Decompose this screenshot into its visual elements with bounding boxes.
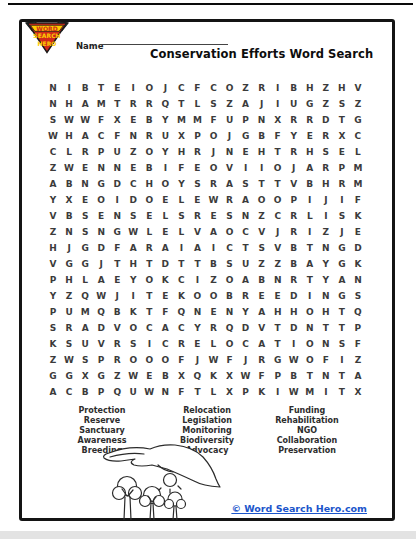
- grid-cell: L: [302, 208, 318, 224]
- grid-cell: J: [61, 240, 77, 256]
- word-list-item: Protection: [52, 406, 152, 416]
- grid-cell: I: [254, 160, 270, 176]
- grid-cell: W: [125, 368, 141, 384]
- grid-cell: E: [157, 288, 173, 304]
- grid-cell: E: [205, 208, 221, 224]
- grid-cell: E: [350, 224, 366, 240]
- grid-cell: S: [205, 96, 221, 112]
- grid-cell: V: [254, 320, 270, 336]
- grid-cell: Q: [157, 96, 173, 112]
- grid-cell: R: [61, 320, 77, 336]
- grid-cell: U: [286, 96, 302, 112]
- grid-cell: T: [334, 320, 350, 336]
- grid-cell: W: [205, 352, 221, 368]
- grid-cell: B: [286, 256, 302, 272]
- grid-cell: Y: [286, 128, 302, 144]
- grid-cell: S: [238, 176, 254, 192]
- grid-cell: G: [334, 288, 350, 304]
- grid-cell: L: [173, 192, 189, 208]
- grid-cell: B: [61, 208, 77, 224]
- grid-cell: X: [222, 384, 238, 400]
- grid-cell: D: [93, 320, 109, 336]
- grid-cell: E: [238, 144, 254, 160]
- grid-cell: A: [238, 96, 254, 112]
- grid-cell: E: [109, 272, 125, 288]
- grid-cell: I: [334, 352, 350, 368]
- grid-cell: Z: [109, 368, 125, 384]
- grid-cell: N: [350, 272, 366, 288]
- grid-cell: N: [222, 144, 238, 160]
- grid-cell: T: [270, 336, 286, 352]
- grid-cell: O: [141, 80, 157, 96]
- grid-cell: A: [77, 128, 93, 144]
- grid-cell: M: [173, 112, 189, 128]
- grid-cell: V: [222, 160, 238, 176]
- grid-cell: T: [141, 304, 157, 320]
- grid-cell: E: [334, 144, 350, 160]
- word-list-item: Sanctuary: [52, 426, 152, 436]
- grid-cell: R: [286, 224, 302, 240]
- grid-cell: B: [286, 80, 302, 96]
- grid-cell: D: [109, 176, 125, 192]
- grid-cell: L: [61, 144, 77, 160]
- hand-over-trees-illustration: [100, 440, 225, 520]
- grid-cell: E: [77, 192, 93, 208]
- grid-cell: B: [286, 240, 302, 256]
- word-list-item: Preservation: [257, 446, 357, 456]
- grid-cell: O: [254, 192, 270, 208]
- grid-cell: T: [302, 272, 318, 288]
- grid-cell: A: [45, 176, 61, 192]
- grid-cell: R: [302, 112, 318, 128]
- grid-cell: Z: [350, 96, 366, 112]
- grid-cell: O: [93, 192, 109, 208]
- grid-cell: R: [286, 208, 302, 224]
- grid-cell: S: [222, 256, 238, 272]
- grid-cell: Y: [45, 192, 61, 208]
- grid-cell: M: [189, 112, 205, 128]
- grid-cell: S: [125, 336, 141, 352]
- grid-cell: N: [254, 112, 270, 128]
- grid-cell: O: [222, 80, 238, 96]
- grid-cell: R: [286, 272, 302, 288]
- grid-cell: W: [61, 352, 77, 368]
- grid-cell: J: [286, 160, 302, 176]
- grid-cell: P: [286, 192, 302, 208]
- grid-cell: Z: [254, 208, 270, 224]
- grid-cell: N: [77, 176, 93, 192]
- word-list-item: Funding: [257, 406, 357, 416]
- grid-cell: F: [189, 80, 205, 96]
- grid-cell: O: [141, 352, 157, 368]
- grid-cell: T: [109, 256, 125, 272]
- grid-cell: T: [270, 176, 286, 192]
- grid-cell: E: [189, 336, 205, 352]
- grid-cell: O: [205, 160, 221, 176]
- grid-cell: G: [77, 240, 93, 256]
- grid-cell: E: [125, 112, 141, 128]
- grid-cell: G: [334, 256, 350, 272]
- grid-cell: F: [205, 112, 221, 128]
- grid-cell: N: [109, 208, 125, 224]
- grid-cell: G: [93, 176, 109, 192]
- grid-cell: H: [61, 96, 77, 112]
- grid-cell: N: [189, 304, 205, 320]
- grid-cell: E: [141, 208, 157, 224]
- grid-cell: A: [77, 96, 93, 112]
- grid-cell: M: [77, 304, 93, 320]
- grid-cell: X: [61, 192, 77, 208]
- grid-cell: H: [141, 176, 157, 192]
- grid-cell: H: [173, 144, 189, 160]
- grid-cell: X: [222, 368, 238, 384]
- grid-cell: H: [334, 80, 350, 96]
- grid-cell: R: [318, 160, 334, 176]
- grid-cell: R: [141, 96, 157, 112]
- grid-cell: F: [222, 352, 238, 368]
- puzzle-title: Conservation Efforts Word Search: [150, 47, 368, 61]
- grid-cell: Z: [238, 80, 254, 96]
- grid-cell: I: [238, 160, 254, 176]
- grid-cell: R: [109, 336, 125, 352]
- grid-cell: T: [270, 320, 286, 336]
- grid-cell: A: [334, 272, 350, 288]
- grid-cell: I: [318, 384, 334, 400]
- grid-cell: K: [350, 208, 366, 224]
- grid-cell: O: [189, 288, 205, 304]
- grid-cell: I: [270, 384, 286, 400]
- grid-cell: V: [254, 224, 270, 240]
- grid-cell: N: [157, 384, 173, 400]
- grid-cell: I: [125, 80, 141, 96]
- name-blank-line: [100, 36, 228, 45]
- grid-cell: R: [286, 144, 302, 160]
- grid-cell: G: [334, 240, 350, 256]
- grid-cell: L: [205, 384, 221, 400]
- grid-cell: C: [205, 80, 221, 96]
- grid-cell: L: [141, 224, 157, 240]
- grid-cell: I: [189, 272, 205, 288]
- grid-cell: N: [93, 224, 109, 240]
- grid-cell: L: [350, 144, 366, 160]
- grid-cell: W: [286, 352, 302, 368]
- grid-cell: A: [222, 176, 238, 192]
- grid-cell: N: [93, 160, 109, 176]
- grid-cell: B: [157, 368, 173, 384]
- grid-cell: B: [254, 128, 270, 144]
- grid-cell: L: [77, 272, 93, 288]
- grid-cell: F: [93, 112, 109, 128]
- grid-cell: C: [222, 240, 238, 256]
- sun-scribble: [164, 474, 177, 487]
- grid-cell: D: [286, 320, 302, 336]
- grid-cell: L: [189, 96, 205, 112]
- word-list-item: NGO: [257, 426, 357, 436]
- grid-cell: U: [238, 256, 254, 272]
- grid-cell: R: [173, 336, 189, 352]
- grid-cell: Q: [173, 304, 189, 320]
- grid-cell: A: [205, 224, 221, 240]
- grid-cell: C: [270, 208, 286, 224]
- grid-cell: F: [157, 304, 173, 320]
- word-list-item: Legislation: [157, 416, 257, 426]
- grid-cell: W: [141, 384, 157, 400]
- grid-cell: H: [45, 240, 61, 256]
- grid-cell: T: [238, 240, 254, 256]
- grid-cell: Z: [318, 96, 334, 112]
- grid-cell: K: [173, 288, 189, 304]
- logo-text-search: SEARCH: [33, 32, 60, 39]
- grid-cell: P: [93, 384, 109, 400]
- grid-cell: F: [318, 352, 334, 368]
- grid-cell: A: [45, 384, 61, 400]
- grid-cell: Z: [222, 96, 238, 112]
- grid-cell: B: [141, 112, 157, 128]
- grid-cell: Z: [125, 144, 141, 160]
- grid-cell: A: [254, 336, 270, 352]
- grid-cell: D: [318, 112, 334, 128]
- grid-cell: P: [334, 160, 350, 176]
- grid-cell: F: [109, 240, 125, 256]
- grid-cell: I: [302, 288, 318, 304]
- grid-cell: G: [109, 224, 125, 240]
- grid-cell: N: [45, 96, 61, 112]
- grid-cell: U: [77, 336, 93, 352]
- grid-cell: T: [270, 144, 286, 160]
- grid-cell: Z: [45, 352, 61, 368]
- grid-cell: J: [238, 352, 254, 368]
- grid-cell: Z: [205, 272, 221, 288]
- grid-cell: I: [141, 336, 157, 352]
- grid-cell: A: [157, 240, 173, 256]
- grid-cell: G: [77, 256, 93, 272]
- grid-cell: X: [334, 128, 350, 144]
- grid-cell: T: [334, 304, 350, 320]
- grid-cell: C: [93, 128, 109, 144]
- grid-cell: V: [109, 320, 125, 336]
- grid-cell: Q: [93, 304, 109, 320]
- grid-cell: E: [189, 160, 205, 176]
- word-grid: NIBTEIOJCFCOZRIBHZHVNHAMTRRQTLSZAJIUGZSZ…: [45, 80, 366, 400]
- grid-cell: A: [189, 240, 205, 256]
- grid-cell: S: [318, 144, 334, 160]
- grid-cell: Y: [318, 272, 334, 288]
- grid-cell: R: [222, 192, 238, 208]
- grid-cell: K: [45, 336, 61, 352]
- grid-cell: H: [125, 256, 141, 272]
- grid-cell: F: [350, 336, 366, 352]
- grid-cell: B: [254, 272, 270, 288]
- grid-cell: X: [270, 112, 286, 128]
- grid-cell: H: [318, 176, 334, 192]
- grid-cell: Q: [222, 320, 238, 336]
- grid-cell: G: [61, 368, 77, 384]
- grid-cell: S: [334, 208, 350, 224]
- grid-cell: W: [93, 288, 109, 304]
- grid-cell: Z: [61, 288, 77, 304]
- grid-cell: I: [109, 192, 125, 208]
- grid-cell: Q: [350, 304, 366, 320]
- grid-cell: S: [254, 240, 270, 256]
- grid-cell: D: [93, 240, 109, 256]
- grid-cell: K: [254, 384, 270, 400]
- grid-cell: D: [125, 192, 141, 208]
- grid-cell: L: [173, 224, 189, 240]
- grid-cell: X: [77, 368, 93, 384]
- grid-cell: G: [61, 256, 77, 272]
- grid-cell: E: [157, 224, 173, 240]
- grid-cell: X: [109, 112, 125, 128]
- grid-cell: P: [238, 112, 254, 128]
- grid-cell: B: [61, 176, 77, 192]
- grid-cell: G: [238, 128, 254, 144]
- grid-cell: M: [302, 384, 318, 400]
- grid-cell: C: [125, 176, 141, 192]
- grid-cell: W: [61, 160, 77, 176]
- grid-cell: W: [286, 384, 302, 400]
- grid-cell: O: [205, 288, 221, 304]
- grid-cell: A: [238, 272, 254, 288]
- tree-3: [165, 492, 186, 520]
- grid-cell: C: [173, 80, 189, 96]
- grid-cell: S: [334, 96, 350, 112]
- grid-cell: P: [270, 368, 286, 384]
- word-list-item: Rehabilitation: [257, 416, 357, 426]
- grid-cell: O: [222, 272, 238, 288]
- grid-cell: J: [222, 128, 238, 144]
- grid-cell: A: [93, 272, 109, 288]
- grid-cell: I: [270, 96, 286, 112]
- grid-cell: X: [173, 368, 189, 384]
- grid-cell: A: [302, 256, 318, 272]
- grid-cell: H: [302, 80, 318, 96]
- grid-cell: E: [109, 80, 125, 96]
- grid-cell: C: [238, 224, 254, 240]
- grid-cell: R: [334, 176, 350, 192]
- grid-cell: A: [125, 240, 141, 256]
- grid-cell: Q: [109, 384, 125, 400]
- grid-cell: L: [157, 208, 173, 224]
- grid-cell: E: [270, 288, 286, 304]
- grid-cell: W: [77, 112, 93, 128]
- grid-cell: E: [157, 192, 173, 208]
- word-list-column-3: FundingRehabilitationNGOCollaborationPre…: [257, 406, 357, 456]
- grid-cell: S: [45, 112, 61, 128]
- grid-cell: S: [173, 208, 189, 224]
- grid-cell: O: [302, 352, 318, 368]
- grid-cell: R: [189, 208, 205, 224]
- grid-cell: Y: [189, 320, 205, 336]
- grid-cell: I: [286, 336, 302, 352]
- grid-cell: I: [302, 192, 318, 208]
- logo-text-hero: HERO: [38, 40, 57, 47]
- grid-cell: T: [173, 256, 189, 272]
- grid-cell: Z: [254, 256, 270, 272]
- grid-cell: D: [350, 240, 366, 256]
- grid-cell: A: [350, 368, 366, 384]
- grid-cell: G: [302, 96, 318, 112]
- grid-cell: Z: [318, 224, 334, 240]
- word-list-item: Reserve: [52, 416, 152, 426]
- grid-cell: R: [254, 80, 270, 96]
- grid-cell: I: [61, 80, 77, 96]
- grid-cell: J: [318, 192, 334, 208]
- grid-cell: B: [222, 288, 238, 304]
- grid-cell: B: [77, 80, 93, 96]
- grid-cell: Y: [125, 272, 141, 288]
- grid-cell: C: [61, 384, 77, 400]
- grid-cell: P: [189, 128, 205, 144]
- grid-cell: E: [77, 160, 93, 176]
- grid-cell: N: [318, 368, 334, 384]
- grid-cell: U: [157, 128, 173, 144]
- grid-cell: Y: [157, 144, 173, 160]
- word-list-item: Relocation: [157, 406, 257, 416]
- grid-cell: R: [189, 144, 205, 160]
- grid-cell: V: [93, 336, 109, 352]
- grid-cell: Z: [45, 160, 61, 176]
- grid-cell: V: [270, 240, 286, 256]
- grid-cell: E: [189, 192, 205, 208]
- grid-cell: S: [45, 320, 61, 336]
- grid-cell: Y: [318, 256, 334, 272]
- grid-cell: Y: [173, 176, 189, 192]
- grid-cell: O: [141, 192, 157, 208]
- grid-cell: K: [350, 256, 366, 272]
- word-search-hero-logo: WORD SEARCH HERO: [24, 20, 70, 54]
- grid-cell: N: [302, 320, 318, 336]
- grid-cell: R: [77, 144, 93, 160]
- grid-cell: N: [125, 128, 141, 144]
- grid-cell: Q: [189, 368, 205, 384]
- grid-cell: H: [318, 304, 334, 320]
- grid-cell: U: [61, 304, 77, 320]
- grid-cell: P: [350, 320, 366, 336]
- grid-cell: O: [125, 352, 141, 368]
- grid-cell: I: [334, 192, 350, 208]
- grid-cell: W: [125, 224, 141, 240]
- grid-cell: O: [222, 336, 238, 352]
- grid-cell: R: [205, 320, 221, 336]
- grid-cell: W: [45, 128, 61, 144]
- grid-cell: D: [238, 320, 254, 336]
- grid-cell: E: [254, 288, 270, 304]
- grid-cell: K: [125, 304, 141, 320]
- grid-cell: E: [125, 160, 141, 176]
- grid-cell: B: [109, 304, 125, 320]
- grid-cell: R: [238, 288, 254, 304]
- word-search-hero-footer-link[interactable]: © Word Search Hero.com: [231, 503, 367, 514]
- grid-cell: E: [141, 368, 157, 384]
- grid-cell: Y: [45, 288, 61, 304]
- grid-cell: I: [302, 224, 318, 240]
- grid-cell: S: [189, 176, 205, 192]
- grid-cell: E: [93, 208, 109, 224]
- grid-cell: I: [318, 208, 334, 224]
- grid-cell: Z: [350, 352, 366, 368]
- grid-cell: H: [254, 144, 270, 160]
- grid-cell: B: [205, 256, 221, 272]
- grid-cell: F: [173, 384, 189, 400]
- grid-cell: P: [45, 304, 61, 320]
- grid-cell: T: [334, 112, 350, 128]
- grid-cell: B: [302, 176, 318, 192]
- grid-cell: U: [125, 384, 141, 400]
- grid-cell: K: [157, 272, 173, 288]
- grid-cell: T: [302, 368, 318, 384]
- grid-cell: R: [141, 128, 157, 144]
- grid-cell: H: [270, 304, 286, 320]
